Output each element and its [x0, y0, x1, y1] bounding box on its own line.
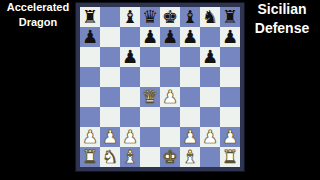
- square-f7[interactable]: ♟: [180, 27, 200, 47]
- opening-variation-label: Accelerated Dragon: [0, 0, 76, 30]
- square-g6[interactable]: ♟: [200, 47, 220, 67]
- square-c1[interactable]: ♝: [120, 147, 140, 167]
- square-c2[interactable]: ♟: [120, 127, 140, 147]
- square-h1[interactable]: ♜: [220, 147, 240, 167]
- piece-white-rook: ♜: [82, 147, 98, 167]
- piece-white-bishop: ♝: [122, 147, 138, 167]
- square-f3[interactable]: [180, 107, 200, 127]
- square-e8[interactable]: ♚: [160, 7, 180, 27]
- square-b3[interactable]: [100, 107, 120, 127]
- piece-white-pawn: ♟: [222, 127, 238, 147]
- opening-variation-line1: Accelerated: [0, 0, 76, 15]
- piece-white-bishop: ♝: [182, 147, 198, 167]
- square-e5[interactable]: [160, 67, 180, 87]
- square-d7[interactable]: ♟: [140, 27, 160, 47]
- square-f6[interactable]: [180, 47, 200, 67]
- square-h2[interactable]: ♟: [220, 127, 240, 147]
- square-g1[interactable]: [200, 147, 220, 167]
- square-f8[interactable]: ♝: [180, 7, 200, 27]
- square-g3[interactable]: [200, 107, 220, 127]
- square-b8[interactable]: [100, 7, 120, 27]
- square-a8[interactable]: ♜: [80, 7, 100, 27]
- square-e1[interactable]: ♚: [160, 147, 180, 167]
- square-b7[interactable]: [100, 27, 120, 47]
- square-g5[interactable]: [200, 67, 220, 87]
- square-c5[interactable]: [120, 67, 140, 87]
- piece-black-king: ♚: [162, 7, 178, 27]
- piece-white-queen: ♛: [142, 87, 158, 107]
- square-f2[interactable]: ♟: [180, 127, 200, 147]
- piece-black-rook: ♜: [222, 7, 238, 27]
- square-e7[interactable]: ♟: [160, 27, 180, 47]
- square-h7[interactable]: ♟: [220, 27, 240, 47]
- square-b6[interactable]: [100, 47, 120, 67]
- square-d6[interactable]: [140, 47, 160, 67]
- square-a6[interactable]: [80, 47, 100, 67]
- square-a2[interactable]: ♟: [80, 127, 100, 147]
- square-e6[interactable]: [160, 47, 180, 67]
- chess-board: ♜♝♛♚♝♞♜♟♟♟♟♟♟♟♛♟♟♟♟♟♟♟♜♞♝♚♝♜: [76, 3, 244, 171]
- piece-black-knight: ♞: [202, 7, 218, 27]
- square-c3[interactable]: [120, 107, 140, 127]
- square-e2[interactable]: [160, 127, 180, 147]
- square-f1[interactable]: ♝: [180, 147, 200, 167]
- square-b4[interactable]: [100, 87, 120, 107]
- square-d8[interactable]: ♛: [140, 7, 160, 27]
- square-d1[interactable]: [140, 147, 160, 167]
- square-f4[interactable]: [180, 87, 200, 107]
- piece-white-pawn: ♟: [82, 127, 98, 147]
- square-h3[interactable]: [220, 107, 240, 127]
- piece-black-pawn: ♟: [202, 47, 218, 67]
- square-h5[interactable]: [220, 67, 240, 87]
- square-c4[interactable]: [120, 87, 140, 107]
- square-h8[interactable]: ♜: [220, 7, 240, 27]
- piece-black-pawn: ♟: [182, 27, 198, 47]
- square-d5[interactable]: [140, 67, 160, 87]
- square-g7[interactable]: [200, 27, 220, 47]
- square-a1[interactable]: ♜: [80, 147, 100, 167]
- piece-black-rook: ♜: [82, 7, 98, 27]
- piece-white-pawn: ♟: [102, 127, 118, 147]
- piece-black-pawn: ♟: [82, 27, 98, 47]
- square-a4[interactable]: [80, 87, 100, 107]
- square-a3[interactable]: [80, 107, 100, 127]
- square-c6[interactable]: ♟: [120, 47, 140, 67]
- piece-white-pawn: ♟: [162, 87, 178, 107]
- square-g8[interactable]: ♞: [200, 7, 220, 27]
- piece-white-pawn: ♟: [182, 127, 198, 147]
- opening-family-line2: Defense: [244, 19, 320, 38]
- piece-black-bishop: ♝: [182, 7, 198, 27]
- piece-white-pawn: ♟: [202, 127, 218, 147]
- square-h6[interactable]: [220, 47, 240, 67]
- piece-black-pawn: ♟: [162, 27, 178, 47]
- piece-black-pawn: ♟: [222, 27, 238, 47]
- square-c8[interactable]: ♝: [120, 7, 140, 27]
- piece-white-king: ♚: [162, 147, 178, 167]
- piece-black-pawn: ♟: [142, 27, 158, 47]
- piece-white-knight: ♞: [102, 147, 118, 167]
- square-b1[interactable]: ♞: [100, 147, 120, 167]
- square-d3[interactable]: [140, 107, 160, 127]
- square-d2[interactable]: [140, 127, 160, 147]
- piece-black-pawn: ♟: [122, 47, 138, 67]
- square-b5[interactable]: [100, 67, 120, 87]
- square-a7[interactable]: ♟: [80, 27, 100, 47]
- piece-white-rook: ♜: [222, 147, 238, 167]
- opening-family-line1: Sicilian: [244, 0, 320, 19]
- square-h4[interactable]: [220, 87, 240, 107]
- square-e4[interactable]: ♟: [160, 87, 180, 107]
- piece-black-queen: ♛: [142, 7, 158, 27]
- square-g2[interactable]: ♟: [200, 127, 220, 147]
- piece-black-bishop: ♝: [122, 7, 138, 27]
- opening-family-label: Sicilian Defense: [244, 0, 320, 38]
- square-d4[interactable]: ♛: [140, 87, 160, 107]
- square-b2[interactable]: ♟: [100, 127, 120, 147]
- piece-white-pawn: ♟: [122, 127, 138, 147]
- square-g4[interactable]: [200, 87, 220, 107]
- square-a5[interactable]: [80, 67, 100, 87]
- square-e3[interactable]: [160, 107, 180, 127]
- opening-variation-line2: Dragon: [0, 15, 76, 30]
- square-c7[interactable]: [120, 27, 140, 47]
- square-f5[interactable]: [180, 67, 200, 87]
